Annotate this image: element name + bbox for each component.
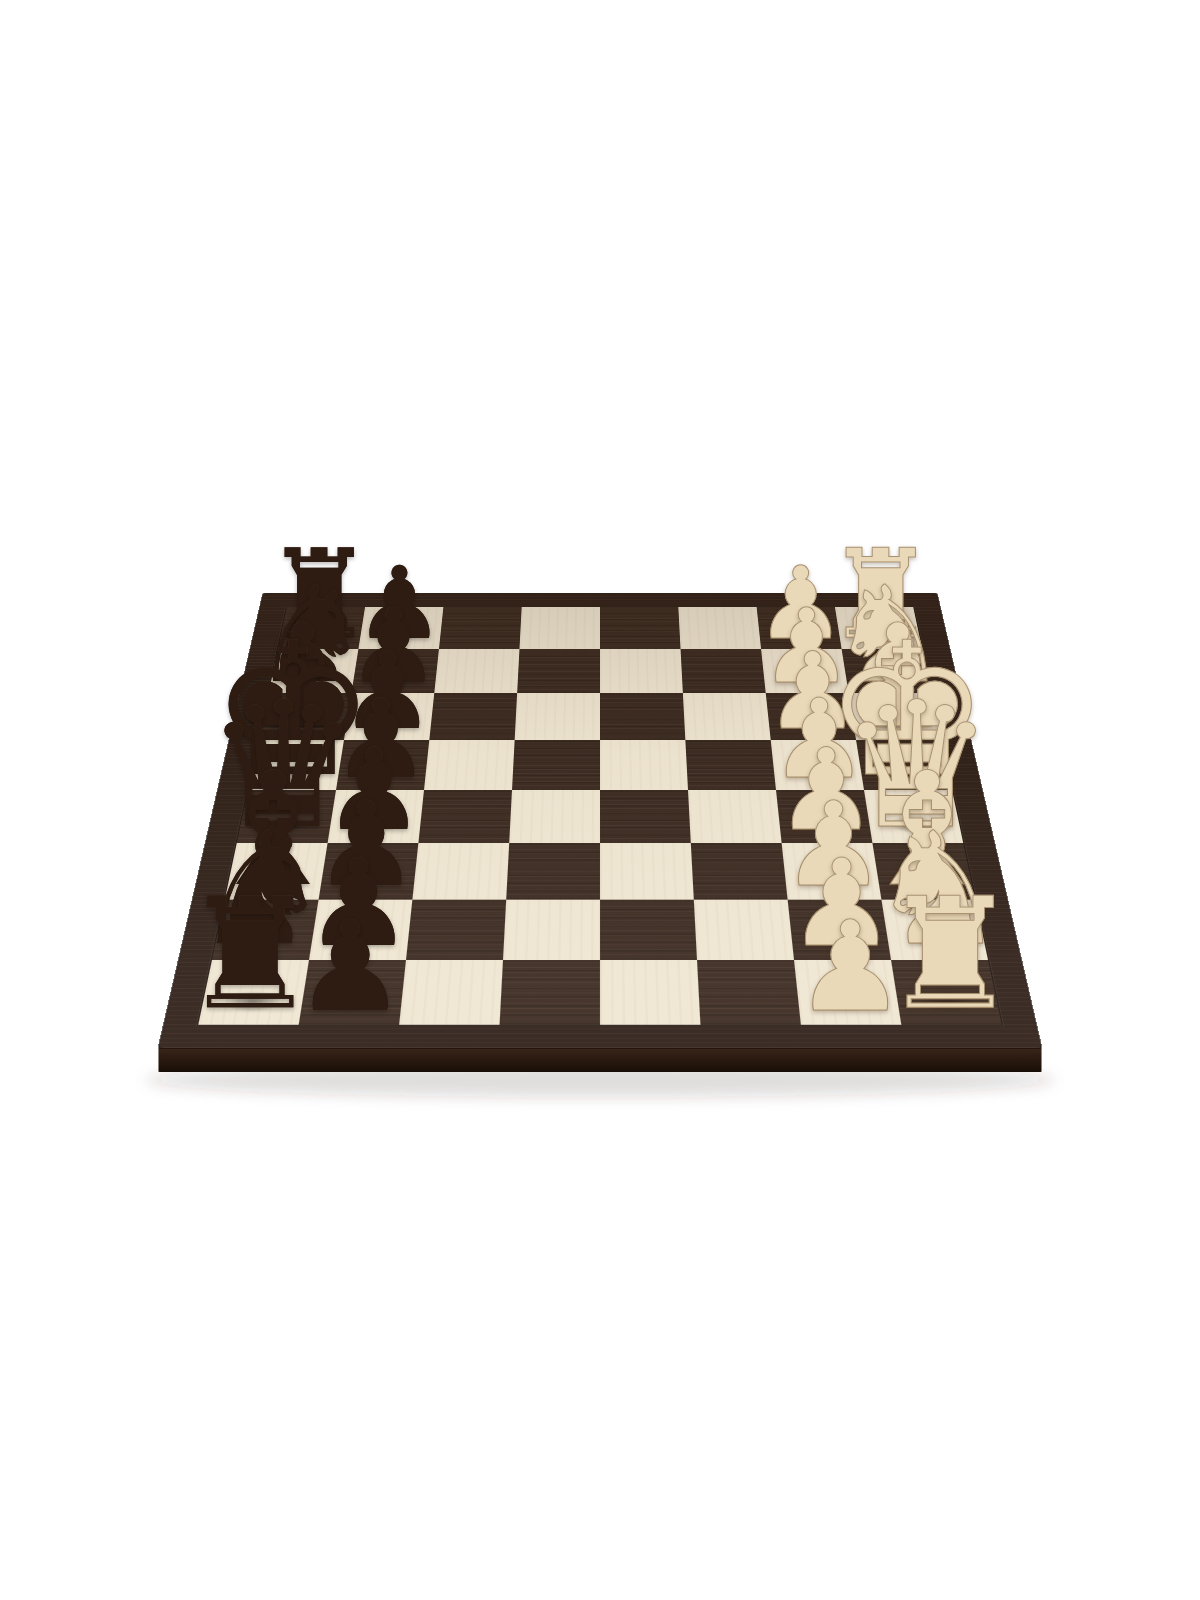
product-photo: ♜♟♟♜♞♟♟♞♝♟♟♝♚♟♟♚♛♟♟♛♝♟♟♝♞♟♟♞♜♟♟♜: [0, 0, 1200, 1600]
black-pawn-a7[interactable]: ♟: [294, 904, 406, 1029]
white-rook-a1[interactable]: ♜: [881, 878, 1019, 1031]
pieces-layer: ♜♟♟♜♞♟♟♞♝♟♟♝♚♟♟♚♛♟♟♛♝♟♟♝♞♟♟♞♜♟♟♜: [0, 0, 1200, 1600]
